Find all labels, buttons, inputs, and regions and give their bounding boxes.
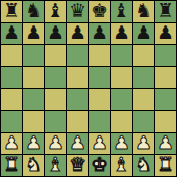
piece-white-rook: ♜ [157, 155, 174, 174]
square-f7[interactable]: ♟ [111, 23, 132, 44]
square-h6[interactable] [155, 45, 176, 66]
square-e6[interactable] [89, 45, 110, 66]
square-h4[interactable] [155, 89, 176, 110]
square-d5[interactable] [67, 67, 88, 88]
piece-black-pawn: ♟ [3, 23, 20, 42]
piece-white-bishop: ♝ [113, 155, 130, 174]
square-g3[interactable] [133, 111, 154, 132]
piece-black-pawn: ♟ [157, 23, 174, 42]
piece-white-pawn: ♟ [135, 133, 152, 152]
square-d4[interactable] [67, 89, 88, 110]
piece-white-knight: ♞ [25, 155, 42, 174]
piece-white-rook: ♜ [3, 155, 20, 174]
square-e1[interactable]: ♚ [89, 155, 110, 176]
square-g7[interactable]: ♟ [133, 23, 154, 44]
square-h3[interactable] [155, 111, 176, 132]
square-d7[interactable]: ♟ [67, 23, 88, 44]
piece-black-pawn: ♟ [113, 23, 130, 42]
piece-black-rook: ♜ [157, 1, 174, 20]
piece-black-pawn: ♟ [91, 23, 108, 42]
square-d2[interactable]: ♟ [67, 133, 88, 154]
square-c7[interactable]: ♟ [45, 23, 66, 44]
square-a1[interactable]: ♜ [1, 155, 22, 176]
square-c5[interactable] [45, 67, 66, 88]
piece-white-queen: ♛ [69, 155, 86, 174]
square-b5[interactable] [23, 67, 44, 88]
piece-white-king: ♚ [91, 155, 108, 174]
square-c2[interactable]: ♟ [45, 133, 66, 154]
square-e2[interactable]: ♟ [89, 133, 110, 154]
square-h5[interactable] [155, 67, 176, 88]
piece-white-pawn: ♟ [3, 133, 20, 152]
piece-white-knight: ♞ [135, 155, 152, 174]
square-e3[interactable] [89, 111, 110, 132]
square-d1[interactable]: ♛ [67, 155, 88, 176]
piece-black-bishop: ♝ [47, 1, 64, 20]
piece-black-pawn: ♟ [69, 23, 86, 42]
piece-black-bishop: ♝ [113, 1, 130, 20]
piece-black-knight: ♞ [135, 1, 152, 20]
square-e5[interactable] [89, 67, 110, 88]
square-a3[interactable] [1, 111, 22, 132]
square-b2[interactable]: ♟ [23, 133, 44, 154]
square-g5[interactable] [133, 67, 154, 88]
square-c6[interactable] [45, 45, 66, 66]
square-f1[interactable]: ♝ [111, 155, 132, 176]
square-a2[interactable]: ♟ [1, 133, 22, 154]
square-c3[interactable] [45, 111, 66, 132]
square-a8[interactable]: ♜ [1, 1, 22, 22]
square-b1[interactable]: ♞ [23, 155, 44, 176]
square-f3[interactable] [111, 111, 132, 132]
piece-black-rook: ♜ [3, 1, 20, 20]
square-e7[interactable]: ♟ [89, 23, 110, 44]
square-d6[interactable] [67, 45, 88, 66]
square-f8[interactable]: ♝ [111, 1, 132, 22]
square-g2[interactable]: ♟ [133, 133, 154, 154]
piece-white-pawn: ♟ [157, 133, 174, 152]
square-d8[interactable]: ♛ [67, 1, 88, 22]
piece-black-queen: ♛ [69, 1, 86, 20]
square-f6[interactable] [111, 45, 132, 66]
square-b7[interactable]: ♟ [23, 23, 44, 44]
square-a7[interactable]: ♟ [1, 23, 22, 44]
piece-white-pawn: ♟ [47, 133, 64, 152]
chess-board: ♜♞♝♛♚♝♞♜♟♟♟♟♟♟♟♟♟♟♟♟♟♟♟♟♜♞♝♛♚♝♞♜ [0, 0, 177, 177]
square-b8[interactable]: ♞ [23, 1, 44, 22]
piece-white-pawn: ♟ [25, 133, 42, 152]
piece-white-pawn: ♟ [69, 133, 86, 152]
piece-black-pawn: ♟ [25, 23, 42, 42]
square-b4[interactable] [23, 89, 44, 110]
square-b3[interactable] [23, 111, 44, 132]
square-a6[interactable] [1, 45, 22, 66]
square-c4[interactable] [45, 89, 66, 110]
square-h7[interactable]: ♟ [155, 23, 176, 44]
piece-black-knight: ♞ [25, 1, 42, 20]
square-g8[interactable]: ♞ [133, 1, 154, 22]
square-c8[interactable]: ♝ [45, 1, 66, 22]
piece-white-pawn: ♟ [91, 133, 108, 152]
square-h2[interactable]: ♟ [155, 133, 176, 154]
piece-black-king: ♚ [91, 1, 108, 20]
square-a5[interactable] [1, 67, 22, 88]
square-f4[interactable] [111, 89, 132, 110]
square-g6[interactable] [133, 45, 154, 66]
square-d3[interactable] [67, 111, 88, 132]
square-a4[interactable] [1, 89, 22, 110]
square-g4[interactable] [133, 89, 154, 110]
square-e8[interactable]: ♚ [89, 1, 110, 22]
square-h8[interactable]: ♜ [155, 1, 176, 22]
piece-black-pawn: ♟ [47, 23, 64, 42]
square-f2[interactable]: ♟ [111, 133, 132, 154]
piece-black-pawn: ♟ [135, 23, 152, 42]
piece-white-bishop: ♝ [47, 155, 64, 174]
square-h1[interactable]: ♜ [155, 155, 176, 176]
square-e4[interactable] [89, 89, 110, 110]
piece-white-pawn: ♟ [113, 133, 130, 152]
square-g1[interactable]: ♞ [133, 155, 154, 176]
square-f5[interactable] [111, 67, 132, 88]
square-b6[interactable] [23, 45, 44, 66]
square-c1[interactable]: ♝ [45, 155, 66, 176]
